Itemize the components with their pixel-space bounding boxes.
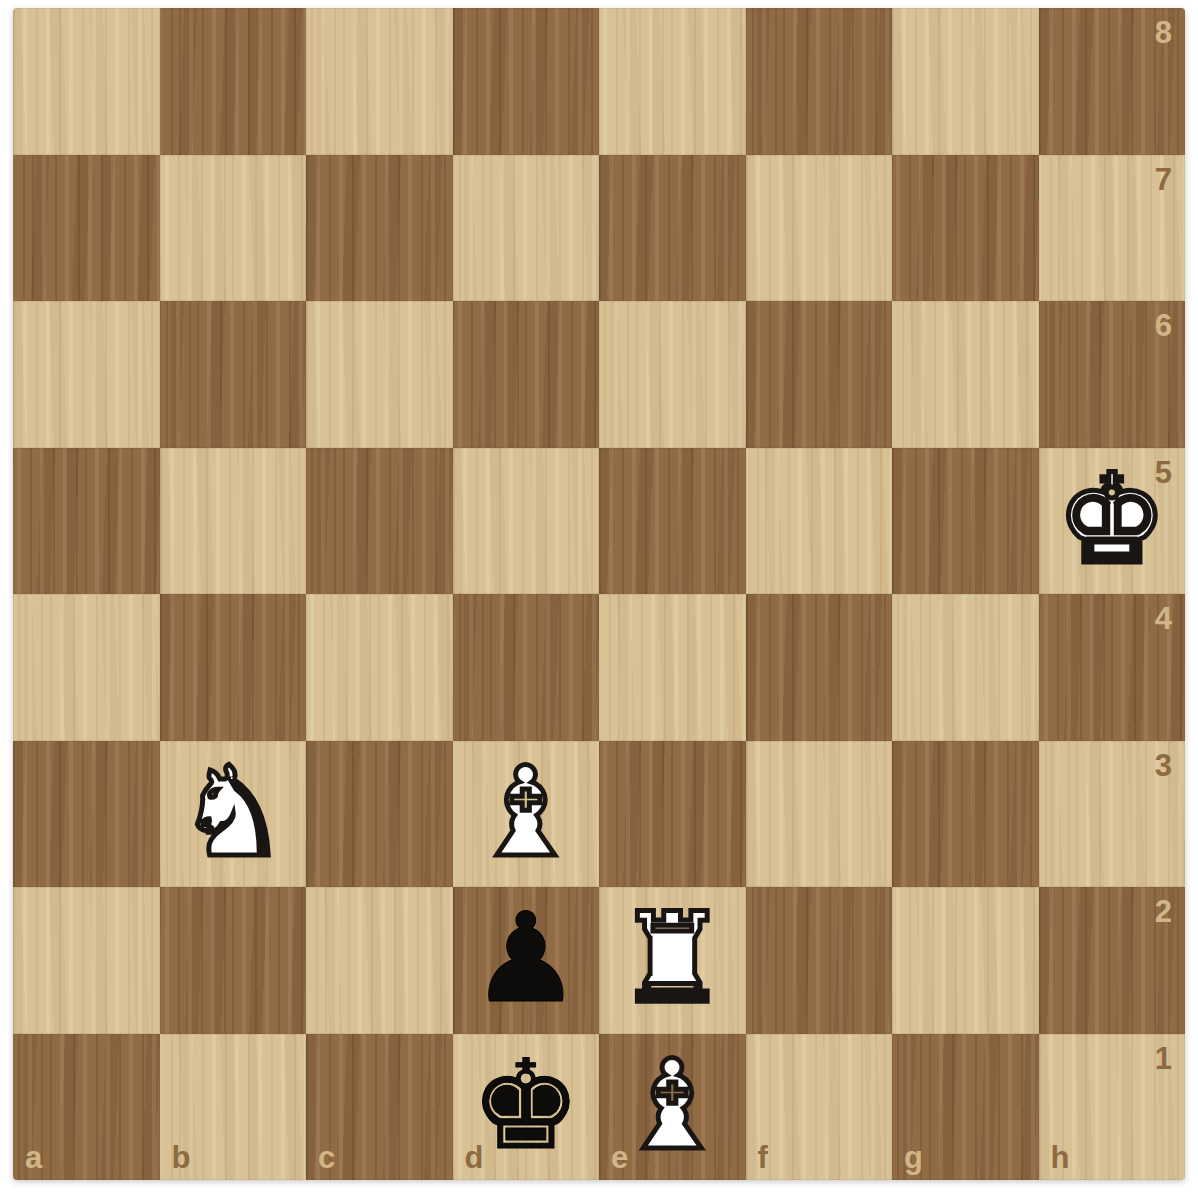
file-label-b: b [172,1142,191,1173]
square-f4[interactable] [746,594,893,741]
square-h4[interactable]: 4 [1039,594,1186,741]
square-b6[interactable] [160,301,307,448]
square-c3[interactable] [306,741,453,888]
square-f7[interactable] [746,155,893,302]
square-c8[interactable] [306,8,453,155]
square-c5[interactable] [306,448,453,595]
square-g7[interactable] [892,155,1039,302]
square-d1[interactable]: d♚ [453,1034,600,1181]
square-f3[interactable] [746,741,893,888]
square-g6[interactable] [892,301,1039,448]
square-d7[interactable] [453,155,600,302]
square-g3[interactable] [892,741,1039,888]
square-d3[interactable]: ♝ [453,741,600,888]
square-h8[interactable]: 8 [1039,8,1186,155]
rank-label-6: 6 [1155,310,1172,341]
square-a3[interactable] [13,741,160,888]
square-f1[interactable]: f [746,1034,893,1181]
square-h7[interactable]: 7 [1039,155,1186,302]
white-rook-icon[interactable]: ♜ [617,896,728,1020]
square-e2[interactable]: ♜ [599,887,746,1034]
square-b1[interactable]: b [160,1034,307,1181]
square-g2[interactable] [892,887,1039,1034]
white-bishop-icon[interactable]: ♝ [470,750,581,874]
square-a1[interactable]: a [13,1034,160,1181]
square-g5[interactable] [892,448,1039,595]
file-label-h: h [1051,1142,1070,1173]
rank-label-2: 2 [1155,896,1172,927]
white-bishop-icon[interactable]: ♝ [617,1043,728,1167]
square-e4[interactable] [599,594,746,741]
square-c7[interactable] [306,155,453,302]
square-b3[interactable]: ♞ [160,741,307,888]
chess-board: 8765♚4♞♝3♟♜2abcd♚e♝fg1h [13,8,1185,1180]
square-d8[interactable] [453,8,600,155]
square-a6[interactable] [13,301,160,448]
square-f2[interactable] [746,887,893,1034]
square-a2[interactable] [13,887,160,1034]
rank-label-3: 3 [1155,750,1172,781]
square-c6[interactable] [306,301,453,448]
rank-label-7: 7 [1155,164,1172,195]
square-b7[interactable] [160,155,307,302]
square-d6[interactable] [453,301,600,448]
file-label-a: a [25,1142,42,1173]
square-e8[interactable] [599,8,746,155]
square-h1[interactable]: 1h [1039,1034,1186,1181]
square-h2[interactable]: 2 [1039,887,1186,1034]
square-c4[interactable] [306,594,453,741]
white-king-icon[interactable]: ♚ [1056,457,1167,581]
square-d5[interactable] [453,448,600,595]
square-b8[interactable] [160,8,307,155]
black-king-icon[interactable]: ♚ [470,1043,581,1167]
square-f6[interactable] [746,301,893,448]
square-f8[interactable] [746,8,893,155]
square-h5[interactable]: 5♚ [1039,448,1186,595]
square-h3[interactable]: 3 [1039,741,1186,888]
square-e5[interactable] [599,448,746,595]
white-knight-icon[interactable]: ♞ [177,750,288,874]
square-f5[interactable] [746,448,893,595]
square-c2[interactable] [306,887,453,1034]
square-d4[interactable] [453,594,600,741]
square-a7[interactable] [13,155,160,302]
black-pawn-icon[interactable]: ♟ [470,896,581,1020]
file-label-g: g [904,1142,923,1173]
square-e6[interactable] [599,301,746,448]
square-b2[interactable] [160,887,307,1034]
square-g1[interactable]: g [892,1034,1039,1181]
square-a5[interactable] [13,448,160,595]
square-b4[interactable] [160,594,307,741]
square-c1[interactable]: c [306,1034,453,1181]
square-h6[interactable]: 6 [1039,301,1186,448]
file-label-c: c [318,1142,335,1173]
square-e7[interactable] [599,155,746,302]
rank-label-8: 8 [1155,17,1172,48]
square-a8[interactable] [13,8,160,155]
square-g8[interactable] [892,8,1039,155]
square-e1[interactable]: e♝ [599,1034,746,1181]
rank-label-4: 4 [1155,603,1172,634]
square-e3[interactable] [599,741,746,888]
square-d2[interactable]: ♟ [453,887,600,1034]
square-a4[interactable] [13,594,160,741]
file-label-f: f [758,1142,768,1173]
rank-label-1: 1 [1155,1043,1172,1074]
square-b5[interactable] [160,448,307,595]
square-g4[interactable] [892,594,1039,741]
